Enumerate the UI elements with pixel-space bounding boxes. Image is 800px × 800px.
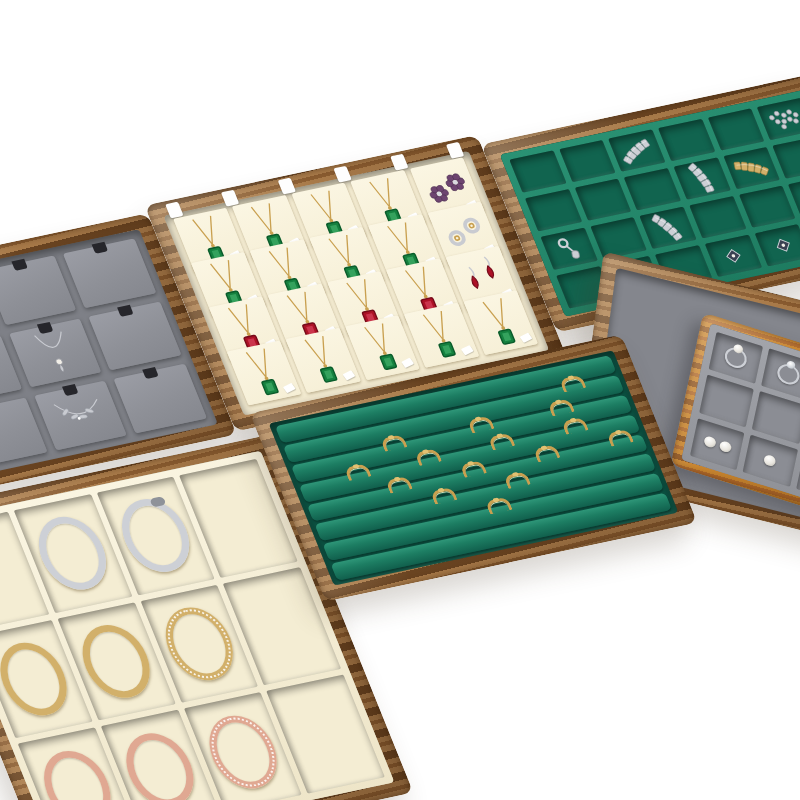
compartment-tray-cell-r2c1 [525, 189, 582, 231]
necklace-pad-r2c3 [89, 301, 182, 370]
necklace-pad-r2c2 [9, 318, 102, 387]
bangle-rose-item [198, 710, 287, 794]
gem-top [786, 360, 796, 370]
necklace-pad-r1c3 [63, 238, 156, 307]
compartment-tray-cell-r2c3 [624, 168, 681, 210]
pad-clip [11, 259, 28, 271]
white-tab [221, 190, 239, 207]
stud-mini-tray-cell-r1c1 [709, 332, 764, 384]
necklace-leaf-item [40, 386, 122, 446]
jewelry-tray-product-photo [0, 0, 800, 800]
pendant-necklace-emerald-item [289, 330, 358, 390]
pendant-necklace-emerald-item [466, 292, 535, 352]
pearl-stud-item [764, 454, 777, 468]
compartment-tray-cell-r4c4 [705, 235, 762, 277]
compartment-tray-cell-r1c4 [658, 119, 715, 161]
white-tab [446, 142, 464, 159]
ring-gem-item [768, 355, 800, 393]
watchband-glyph [646, 207, 691, 248]
necklace-pad-r1c2 [0, 255, 76, 324]
stud-mini-tray-cell-r2c2 [752, 392, 800, 444]
stud-pearl-item [749, 441, 791, 479]
gem-ring-item [776, 362, 800, 388]
watchband-item [680, 158, 724, 199]
pearl-ring-item [723, 345, 749, 371]
bangle-silver-item [111, 494, 200, 578]
watchband-item [733, 153, 771, 184]
charm-glyph [794, 177, 800, 216]
bangle-rose-item [33, 745, 122, 800]
pendant-necklace-emerald-item [407, 305, 476, 365]
rhombus-item [760, 228, 800, 262]
stud-mini-tray-lining [681, 323, 800, 512]
bangle-item [154, 601, 244, 687]
compartment-tray-cell-r1c5 [708, 108, 765, 150]
pad-clip [142, 367, 159, 379]
watchband-glyph [733, 153, 771, 184]
bangle-item [28, 510, 118, 596]
charm-item [549, 237, 589, 262]
stud-earrings-pair-item [703, 435, 732, 453]
bangle-gold-item [0, 637, 78, 721]
bangle-item [198, 709, 288, 795]
compartment-tray-cell-r1c6 [757, 98, 800, 140]
watchband-item [646, 207, 691, 248]
pearl-top [732, 343, 743, 354]
necklace-pad-r3c2 [34, 381, 127, 450]
compartment-tray-cell-r2c2 [574, 179, 631, 221]
compartment-tray-cell-r1c2 [559, 140, 616, 182]
rhombus-glyph [760, 228, 800, 262]
cluster-glyph [764, 103, 800, 134]
rhombus-item [712, 242, 754, 270]
bangle-rose-item [115, 727, 204, 800]
watchband-glyph [680, 158, 724, 199]
stud-right [718, 440, 731, 454]
compartment-tray-cell-r3c1 [541, 228, 598, 270]
white-tab [277, 178, 295, 195]
watchband-item [615, 130, 659, 171]
stud-mini-tray-cell-r3c2 [743, 435, 798, 487]
stud-mini-tray-grid [681, 323, 800, 512]
bangle-item [0, 636, 78, 722]
bangle-item [71, 618, 161, 704]
necklace-pad-r3c3 [114, 364, 207, 433]
watchband-glyph [615, 130, 659, 171]
bangle-silver-item [28, 511, 117, 595]
necklace-pendant-item [14, 323, 96, 383]
bangle-item [32, 744, 122, 800]
stud-mini-tray [670, 312, 800, 523]
cluster-item [764, 103, 800, 134]
earrings-pair-item [696, 425, 738, 463]
tray-scene [0, 0, 800, 800]
white-tab [334, 166, 352, 183]
bangle-gold-item [155, 602, 244, 686]
bangle-gold-item [72, 619, 161, 703]
rhombus-glyph [712, 242, 754, 270]
compartment-tray-cell-r2c4 [674, 157, 731, 199]
compartment-tray-cell-r3c2 [590, 217, 647, 259]
pad-clip [117, 305, 134, 317]
pendant-necklace-emerald-item [348, 318, 417, 378]
pendant-necklace-emerald-item [230, 343, 299, 403]
ring-pearl-item [715, 339, 757, 377]
stud-mini-tray-cell-r2c1 [699, 375, 754, 427]
compartment-tray-cell-r1c1 [509, 150, 566, 192]
compartment-tray-cell-r3c4 [689, 196, 746, 238]
compartment-tray-cell-r2c5 [723, 147, 780, 189]
compartment-tray-cell-r4c5 [754, 224, 800, 266]
white-tab [165, 202, 183, 219]
charm-item [794, 177, 800, 216]
pad-clip [91, 242, 108, 254]
stud-mini-tray-cell-r3c1 [690, 418, 745, 470]
compartment-tray-cell-r3c5 [739, 186, 796, 228]
bangle-item [111, 493, 201, 579]
compartment-tray-cell-r3c3 [640, 207, 697, 249]
white-tab [390, 154, 408, 171]
bangle-item [115, 726, 205, 800]
stud-left [703, 435, 716, 449]
charm-glyph [549, 237, 589, 262]
stud-mini-tray-cell-r3c3 [796, 451, 800, 503]
compartment-tray-cell-r1c3 [608, 129, 665, 171]
